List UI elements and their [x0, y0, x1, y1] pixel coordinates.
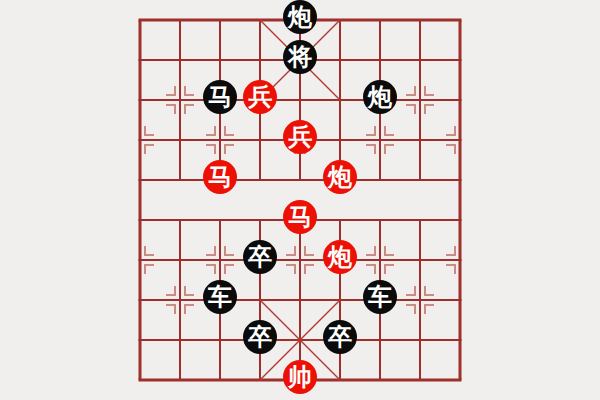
piece-black-general[interactable]: 将 [283, 40, 317, 74]
piece-black-horse[interactable]: 马 [203, 80, 237, 114]
piece-red-soldier[interactable]: 兵 [243, 80, 277, 114]
piece-red-general[interactable]: 帅 [283, 360, 317, 394]
piece-black-soldier[interactable]: 卒 [323, 320, 357, 354]
piece-black-cannon[interactable]: 炮 [363, 80, 397, 114]
piece-black-chariot[interactable]: 车 [203, 280, 237, 314]
piece-black-soldier[interactable]: 卒 [243, 240, 277, 274]
xiangqi-board: 炮将马兵炮兵马炮马卒炮车车卒卒帅 [0, 0, 600, 400]
piece-red-horse[interactable]: 马 [203, 160, 237, 194]
piece-black-chariot[interactable]: 车 [363, 280, 397, 314]
piece-black-soldier[interactable]: 卒 [243, 320, 277, 354]
piece-red-cannon[interactable]: 炮 [323, 160, 357, 194]
piece-red-soldier[interactable]: 兵 [283, 120, 317, 154]
piece-black-cannon[interactable]: 炮 [283, 0, 317, 34]
piece-red-cannon[interactable]: 炮 [323, 240, 357, 274]
piece-red-horse[interactable]: 马 [283, 200, 317, 234]
piece-layer: 炮将马兵炮兵马炮马卒炮车车卒卒帅 [120, 0, 480, 400]
